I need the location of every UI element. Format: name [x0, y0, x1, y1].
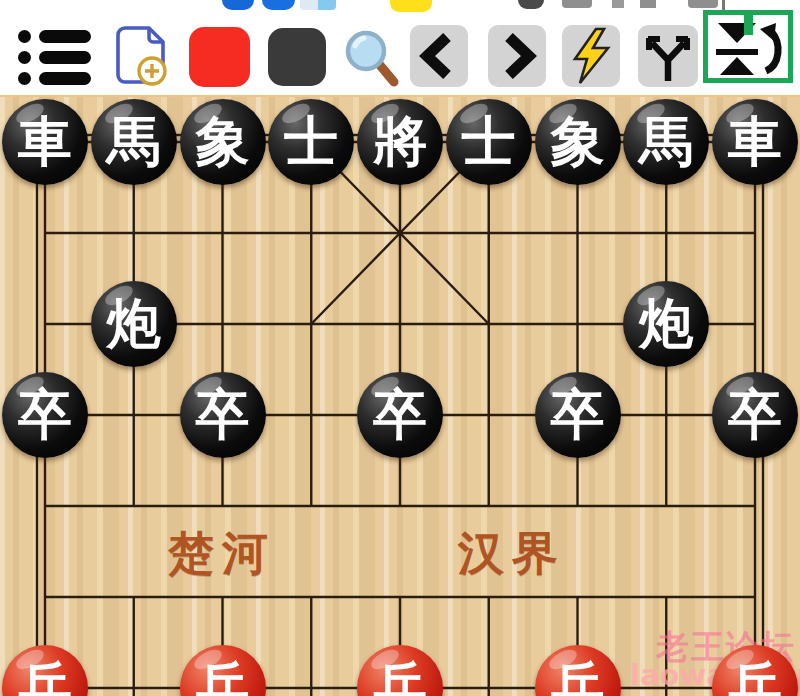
piece-black-馬-c1r0[interactable]: 馬: [91, 99, 177, 185]
cutoff-gray-icon: [612, 0, 624, 8]
piece-black-卒-c2r3[interactable]: 卒: [180, 372, 266, 458]
chevron-left-icon: [410, 25, 468, 87]
piece-black-卒-c0r3[interactable]: 卒: [2, 372, 88, 458]
piece-black-將-c4r0[interactable]: 將: [357, 99, 443, 185]
cutoff-yellow-icon: [390, 0, 432, 12]
river-label-right: 汉界: [458, 523, 566, 585]
lightning-icon: [562, 25, 620, 87]
document-plus-icon: [110, 24, 172, 88]
engine-button[interactable]: [562, 25, 620, 87]
magnifier-icon: [341, 26, 403, 90]
move-back-button[interactable]: [410, 25, 468, 87]
piece-black-炮-c1r2[interactable]: 炮: [91, 281, 177, 367]
cutoff-gray-icon: [688, 0, 718, 8]
variation-button[interactable]: [638, 25, 698, 87]
xiangqi-board[interactable]: 楚河 汉界 老王论坛 laowangvip 車馬象士將士象馬車炮炮卒卒卒卒卒兵兵…: [0, 95, 800, 696]
search-button[interactable]: [341, 26, 403, 94]
move-forward-button[interactable]: [488, 25, 546, 87]
piece-black-車-c8r0[interactable]: 車: [712, 99, 798, 185]
fork-icon: [638, 25, 698, 87]
piece-black-卒-c4r3[interactable]: 卒: [357, 372, 443, 458]
cutoff-gray-icon: [640, 0, 656, 8]
chevron-right-icon: [488, 25, 546, 87]
piece-black-卒-c6r3[interactable]: 卒: [535, 372, 621, 458]
river-label-left: 楚河: [168, 523, 276, 585]
menu-list-button[interactable]: [18, 30, 92, 85]
piece-black-士-c3r0[interactable]: 士: [268, 99, 354, 185]
piece-black-車-c0r0[interactable]: 車: [2, 99, 88, 185]
black-side-button[interactable]: [268, 28, 326, 86]
flip-tick-mark: [744, 13, 753, 35]
toolbar: [0, 0, 800, 95]
red-side-button[interactable]: [189, 27, 250, 87]
piece-black-象-c2r0[interactable]: 象: [180, 99, 266, 185]
piece-black-卒-c8r3[interactable]: 卒: [712, 372, 798, 458]
piece-black-馬-c7r0[interactable]: 馬: [623, 99, 709, 185]
cutoff-blue-circle-icon: [222, 0, 254, 10]
piece-black-象-c6r0[interactable]: 象: [535, 99, 621, 185]
flip-board-button[interactable]: [703, 10, 793, 83]
list-icon: [18, 51, 92, 64]
cutoff-lightblue-icon: [300, 0, 336, 10]
piece-black-炮-c7r2[interactable]: 炮: [623, 281, 709, 367]
app-window: 楚河 汉界 老王论坛 laowangvip 車馬象士將士象馬車炮炮卒卒卒卒卒兵兵…: [0, 0, 800, 696]
cutoff-gray-circle-icon: [518, 0, 544, 9]
new-file-button[interactable]: [110, 24, 172, 92]
cutoff-gray-icon: [562, 0, 592, 8]
cutoff-blue-circle-icon: [262, 0, 295, 10]
piece-black-士-c5r0[interactable]: 士: [446, 99, 532, 185]
list-icon: [18, 72, 92, 85]
list-icon: [18, 30, 92, 43]
